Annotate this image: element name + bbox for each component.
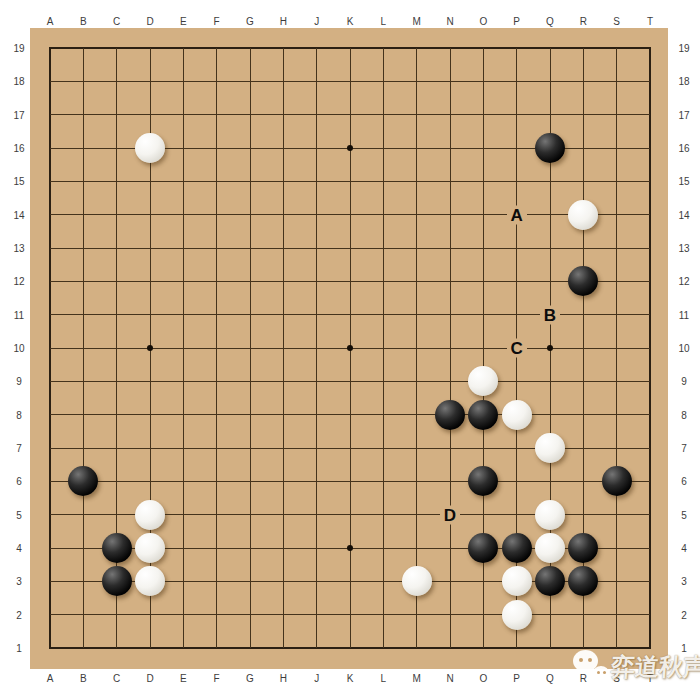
black-stone-shading <box>468 400 498 430</box>
black-stone-shading <box>568 533 598 563</box>
stone-white-d4: ● <box>135 533 165 563</box>
coord-bottom-e: E <box>180 673 187 684</box>
white-stone-shading <box>502 600 532 630</box>
coord-bottom-k: K <box>347 673 354 684</box>
coord-bottom-m: M <box>412 673 420 684</box>
stone-white-m3: ● <box>402 566 432 596</box>
coord-left-12: 12 <box>13 276 24 287</box>
white-stone-shading <box>468 366 498 396</box>
stone-white-p8: ● <box>502 400 532 430</box>
stone-black-q3: ● <box>535 566 565 596</box>
coord-top-o: O <box>479 16 487 27</box>
move-label-d: D <box>440 505 460 524</box>
wechat-bubble-small-icon <box>593 666 609 680</box>
stone-black-n8: ● <box>435 400 465 430</box>
black-stone-shading <box>502 533 532 563</box>
grid-vertical-line <box>616 48 617 648</box>
coord-bottom-h: H <box>280 673 287 684</box>
coord-top-g: G <box>246 16 254 27</box>
stone-black-r12: ● <box>568 266 598 296</box>
coord-left-9: 9 <box>16 376 22 387</box>
coord-top-l: L <box>381 16 387 27</box>
coord-right-16: 16 <box>678 143 689 154</box>
coord-left-6: 6 <box>16 476 22 487</box>
stone-black-r4: ● <box>568 533 598 563</box>
white-stone-shading <box>502 400 532 430</box>
coord-top-h: H <box>280 16 287 27</box>
move-label-b: B <box>540 305 560 324</box>
stone-black-b6: ● <box>68 466 98 496</box>
watermark-text: 弈道秋声 <box>610 651 700 683</box>
coord-left-3: 3 <box>16 576 22 587</box>
white-stone-shading <box>135 566 165 596</box>
grid-vertical-line <box>383 48 384 648</box>
coord-right-10: 10 <box>678 343 689 354</box>
stone-black-o4: ● <box>468 533 498 563</box>
coord-bottom-d: D <box>146 673 153 684</box>
coord-top-s: S <box>613 16 620 27</box>
coord-bottom-b: B <box>80 673 87 684</box>
grid-horizontal-line <box>50 481 650 482</box>
grid-horizontal-line <box>50 381 650 382</box>
black-stone-shading <box>602 466 632 496</box>
coord-bottom-j: J <box>314 673 319 684</box>
stone-white-o9: ● <box>468 366 498 396</box>
watermark: 弈道秋声 <box>563 644 700 692</box>
stone-black-r3: ● <box>568 566 598 596</box>
coord-left-15: 15 <box>13 176 24 187</box>
stone-white-r14: ● <box>568 200 598 230</box>
black-stone-shading <box>568 566 598 596</box>
coord-bottom-l: L <box>381 673 387 684</box>
coord-top-r: R <box>580 16 587 27</box>
wechat-icon <box>571 646 615 688</box>
black-stone-shading <box>568 266 598 296</box>
coord-top-c: C <box>113 16 120 27</box>
coord-bottom-g: G <box>246 673 254 684</box>
coord-left-8: 8 <box>16 409 22 420</box>
coord-bottom-f: F <box>214 673 220 684</box>
coord-left-14: 14 <box>13 209 24 220</box>
stone-white-p3: ● <box>502 566 532 596</box>
go-diagram-page: AABBCCDDEEFFGGHHJJKKLLMMNNOOPPQQRRSSTT19… <box>0 0 700 700</box>
coord-left-7: 7 <box>16 443 22 454</box>
coord-left-5: 5 <box>16 509 22 520</box>
stone-black-s6: ● <box>602 466 632 496</box>
stone-white-p2: ● <box>502 600 532 630</box>
white-stone-shading <box>135 500 165 530</box>
coord-bottom-a: A <box>47 673 54 684</box>
grid-horizontal-line <box>50 614 650 615</box>
coord-left-2: 2 <box>16 609 22 620</box>
white-stone-shading <box>502 566 532 596</box>
coord-right-14: 14 <box>678 209 689 220</box>
stone-white-d3: ● <box>135 566 165 596</box>
move-label-a: A <box>507 205 527 224</box>
black-stone-shading <box>435 400 465 430</box>
move-label-c: C <box>507 339 527 358</box>
stone-white-q5: ● <box>535 500 565 530</box>
coord-right-12: 12 <box>678 276 689 287</box>
white-stone-shading <box>135 133 165 163</box>
coord-top-n: N <box>446 16 453 27</box>
coord-bottom-c: C <box>113 673 120 684</box>
coord-left-16: 16 <box>13 143 24 154</box>
coord-top-a: A <box>47 16 54 27</box>
coord-bottom-n: N <box>446 673 453 684</box>
grid-vertical-line <box>416 48 417 648</box>
coord-top-b: B <box>80 16 87 27</box>
coord-top-m: M <box>412 16 420 27</box>
star-point-k16 <box>347 145 353 151</box>
coord-right-18: 18 <box>678 76 689 87</box>
black-stone-shading <box>468 466 498 496</box>
coord-left-10: 10 <box>13 343 24 354</box>
coord-right-19: 19 <box>678 43 689 54</box>
coord-left-13: 13 <box>13 243 24 254</box>
coord-top-d: D <box>146 16 153 27</box>
black-stone-shading <box>535 566 565 596</box>
stone-white-q7: ● <box>535 433 565 463</box>
stone-black-q16: ● <box>535 133 565 163</box>
coord-right-2: 2 <box>681 609 687 620</box>
coord-right-7: 7 <box>681 443 687 454</box>
coord-right-15: 15 <box>678 176 689 187</box>
coord-right-8: 8 <box>681 409 687 420</box>
coord-right-17: 17 <box>678 109 689 120</box>
coord-top-k: K <box>347 16 354 27</box>
white-stone-shading <box>535 533 565 563</box>
stone-black-c4: ● <box>102 533 132 563</box>
stone-black-o6: ● <box>468 466 498 496</box>
grid-horizontal-line <box>50 414 650 415</box>
stone-black-c3: ● <box>102 566 132 596</box>
coord-right-13: 13 <box>678 243 689 254</box>
coord-top-p: P <box>513 16 520 27</box>
coord-left-4: 4 <box>16 543 22 554</box>
coord-right-9: 9 <box>681 376 687 387</box>
white-stone-shading <box>568 200 598 230</box>
black-stone-shading <box>468 533 498 563</box>
stone-black-o8: ● <box>468 400 498 430</box>
coord-top-f: F <box>214 16 220 27</box>
coord-right-6: 6 <box>681 476 687 487</box>
coord-bottom-p: P <box>513 673 520 684</box>
white-stone-shading <box>535 433 565 463</box>
stone-white-d5: ● <box>135 500 165 530</box>
coord-left-11: 11 <box>14 309 24 320</box>
coord-left-1: 1 <box>16 643 22 654</box>
coord-right-4: 4 <box>681 543 687 554</box>
black-stone-shading <box>535 133 565 163</box>
white-stone-shading <box>402 566 432 596</box>
stone-white-d16: ● <box>135 133 165 163</box>
coord-left-19: 19 <box>13 43 24 54</box>
star-point-k4 <box>347 545 353 551</box>
coord-top-t: T <box>647 16 653 27</box>
star-point-d10 <box>147 345 153 351</box>
stone-black-p4: ● <box>502 533 532 563</box>
coord-left-17: 17 <box>13 109 24 120</box>
coord-right-5: 5 <box>681 509 687 520</box>
coord-top-q: Q <box>546 16 554 27</box>
coord-right-11: 11 <box>679 309 689 320</box>
coord-right-3: 3 <box>681 576 687 587</box>
white-stone-shading <box>535 500 565 530</box>
star-point-q10 <box>547 345 553 351</box>
grid-vertical-line <box>450 48 451 648</box>
coord-top-e: E <box>180 16 187 27</box>
black-stone-shading <box>102 533 132 563</box>
white-stone-shading <box>135 533 165 563</box>
stone-white-q4: ● <box>535 533 565 563</box>
coord-left-18: 18 <box>13 76 24 87</box>
coord-top-j: J <box>314 16 319 27</box>
star-point-k10 <box>347 345 353 351</box>
coord-bottom-q: Q <box>546 673 554 684</box>
black-stone-shading <box>68 466 98 496</box>
black-stone-shading <box>102 566 132 596</box>
coord-bottom-o: O <box>479 673 487 684</box>
